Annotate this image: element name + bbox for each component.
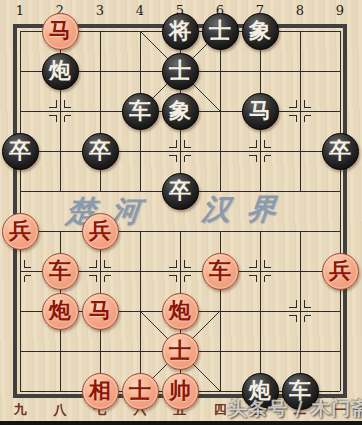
- piece-glyph: 士: [169, 60, 191, 82]
- piece-black-soldier[interactable]: 卒: [82, 133, 119, 170]
- piece-red-cannon[interactable]: 炮: [42, 293, 79, 330]
- piece-black-general[interactable]: 将: [162, 13, 199, 50]
- piece-glyph: 兵: [329, 260, 351, 282]
- piece-black-cannon[interactable]: 炮: [42, 53, 79, 90]
- piece-red-chariot[interactable]: 车: [202, 253, 239, 290]
- piece-glyph: 士: [169, 340, 191, 362]
- piece-red-horse[interactable]: 马: [42, 13, 79, 50]
- piece-glyph: 象: [249, 20, 271, 42]
- piece-glyph: 兵: [89, 220, 111, 242]
- piece-red-elephant[interactable]: 相: [82, 373, 119, 410]
- piece-glyph: 炮: [169, 300, 191, 322]
- piece-black-horse[interactable]: 马: [242, 93, 279, 130]
- watermark-text: 头条号 / 木门斋: [228, 396, 362, 422]
- piece-glyph: 马: [249, 100, 271, 122]
- piece-glyph: 车: [129, 100, 151, 122]
- piece-glyph: 将: [169, 20, 191, 42]
- piece-glyph: 卒: [89, 140, 111, 162]
- piece-glyph: 兵: [9, 220, 31, 242]
- piece-glyph: 马: [49, 20, 71, 42]
- xiangqi-diagram: 123456789 楚河 汉界 马将士象炮士车象马卒卒卒卒兵兵车车兵炮马炮士相士…: [0, 0, 362, 425]
- piece-red-advisor[interactable]: 士: [162, 333, 199, 370]
- piece-glyph: 车: [49, 260, 71, 282]
- piece-red-soldier[interactable]: 兵: [82, 213, 119, 250]
- piece-black-soldier[interactable]: 卒: [162, 173, 199, 210]
- piece-red-soldier[interactable]: 兵: [322, 253, 359, 290]
- board[interactable]: 马将士象炮士车象马卒卒卒卒兵兵车车兵炮马炮士相士帅炮车: [0, 11, 360, 411]
- piece-glyph: 炮: [49, 60, 71, 82]
- piece-red-advisor[interactable]: 士: [122, 373, 159, 410]
- piece-red-chariot[interactable]: 车: [42, 253, 79, 290]
- piece-glyph: 马: [89, 300, 111, 322]
- piece-black-soldier[interactable]: 卒: [2, 133, 39, 170]
- piece-red-horse[interactable]: 马: [82, 293, 119, 330]
- piece-glyph: 车: [209, 260, 231, 282]
- piece-glyph: 相: [89, 380, 111, 402]
- piece-red-general[interactable]: 帅: [162, 373, 199, 410]
- piece-glyph: 象: [169, 100, 191, 122]
- piece-black-elephant[interactable]: 象: [242, 13, 279, 50]
- piece-black-chariot[interactable]: 车: [122, 93, 159, 130]
- piece-black-advisor[interactable]: 士: [202, 13, 239, 50]
- piece-glyph: 卒: [9, 140, 31, 162]
- piece-red-soldier[interactable]: 兵: [2, 213, 39, 250]
- piece-glyph: 炮: [49, 300, 71, 322]
- piece-glyph: 卒: [329, 140, 351, 162]
- piece-black-advisor[interactable]: 士: [162, 53, 199, 90]
- bottom-edge-strip: [0, 421, 362, 425]
- piece-glyph: 卒: [169, 180, 191, 202]
- piece-glyph: 士: [129, 380, 151, 402]
- piece-red-cannon[interactable]: 炮: [162, 293, 199, 330]
- piece-glyph: 帅: [169, 380, 191, 402]
- piece-black-elephant[interactable]: 象: [162, 93, 199, 130]
- piece-black-soldier[interactable]: 卒: [322, 133, 359, 170]
- piece-glyph: 士: [209, 20, 231, 42]
